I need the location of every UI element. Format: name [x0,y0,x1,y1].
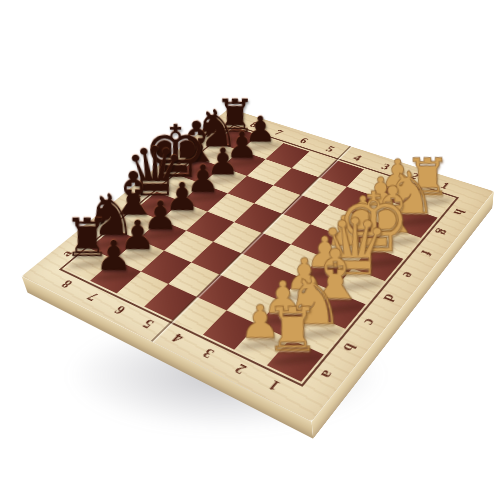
product-photo-stage: 8877665544332211aabbccddeeffgghh ♜♞♝♛♚♝♞… [0,0,500,500]
file-label-a-near: a [311,362,344,387]
square-b5[interactable] [168,262,219,297]
white-rook-glyph: ♜ [245,299,339,360]
square-a6[interactable] [117,272,169,307]
piece-white-rook-a1[interactable]: ♜ [241,294,342,366]
rank-label-7-left: 7 [78,287,108,307]
square-a5[interactable] [144,284,197,320]
perspective-wrapper: 8877665544332211aabbccddeeffgghh ♜♞♝♛♚♝♞… [73,44,452,423]
rank-label-4-left: 4 [161,327,192,350]
rank-label-6-left: 6 [104,299,134,320]
black-pawn-glyph: ♟ [72,235,155,276]
square-c5[interactable] [191,242,241,275]
rank-label-5-left: 5 [132,313,163,335]
rank-label-1-left: 1 [257,373,290,399]
